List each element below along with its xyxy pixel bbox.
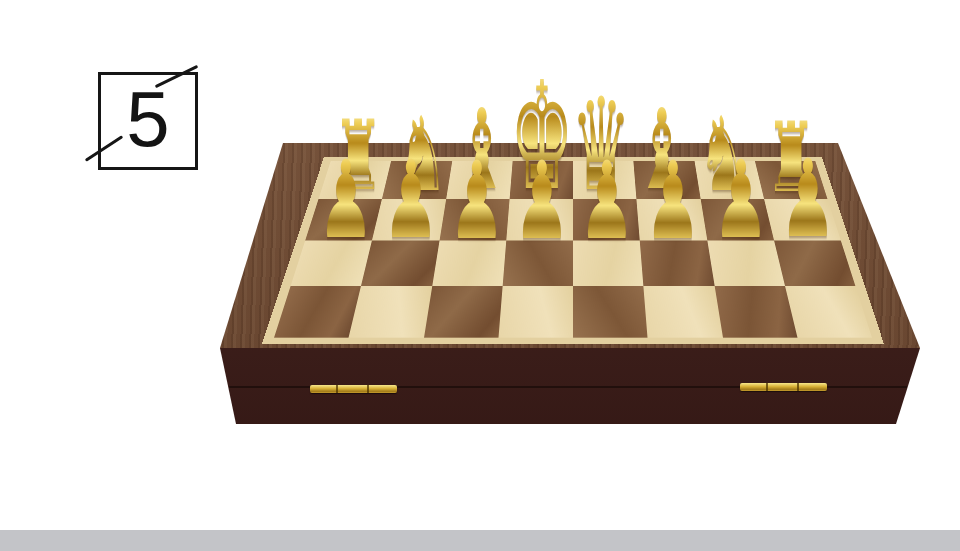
board-square	[382, 161, 452, 199]
board-square	[634, 161, 701, 199]
board-square	[573, 161, 637, 199]
board-square	[637, 199, 707, 240]
board-square	[305, 199, 382, 240]
board-square	[506, 199, 573, 240]
board-square	[439, 199, 509, 240]
hinge-right	[740, 383, 827, 391]
image-number-badge: 5	[98, 72, 198, 170]
board-square	[424, 286, 503, 337]
board-border-strip	[262, 157, 884, 344]
board-square	[361, 240, 439, 286]
background-band	[0, 530, 960, 551]
board-square	[319, 161, 392, 199]
board-square	[774, 240, 856, 286]
board-square	[432, 240, 506, 286]
product-photo: 5 ♜♞♝♚♛♝♞♜♟♟♟♟♟♟♟♟	[0, 0, 960, 551]
board-square	[707, 240, 785, 286]
board-square	[573, 286, 648, 337]
board-square	[694, 161, 764, 199]
chess-board	[274, 161, 872, 337]
board-square	[644, 286, 723, 337]
board-square	[502, 240, 573, 286]
board-square	[274, 286, 361, 337]
board-square	[640, 240, 714, 286]
board-square	[573, 199, 640, 240]
board-square	[372, 199, 446, 240]
hinge-left	[310, 385, 397, 393]
board-square	[498, 286, 573, 337]
board-square	[349, 286, 432, 337]
board-square	[785, 286, 872, 337]
board-square	[509, 161, 573, 199]
board-square	[446, 161, 513, 199]
board-square	[291, 240, 373, 286]
badge-number: 5	[126, 80, 169, 158]
board-square	[755, 161, 828, 199]
board-square	[714, 286, 797, 337]
board-square	[764, 199, 841, 240]
board-square	[700, 199, 774, 240]
board-square	[573, 240, 644, 286]
